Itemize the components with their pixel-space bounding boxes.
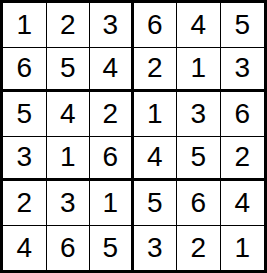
cell-r3c4[interactable]: 1 (134, 92, 178, 137)
cell-r4c4[interactable]: 4 (134, 137, 178, 182)
cell-r5c6[interactable]: 4 (221, 181, 265, 226)
cell-r3c5[interactable]: 3 (177, 92, 221, 137)
cell-r2c1[interactable]: 6 (3, 48, 47, 93)
cell-r1c4[interactable]: 6 (134, 3, 178, 48)
cell-r1c3[interactable]: 3 (90, 3, 134, 48)
cell-r2c2[interactable]: 5 (47, 48, 91, 93)
cell-r6c1[interactable]: 4 (3, 226, 47, 271)
cell-r1c6[interactable]: 5 (221, 3, 265, 48)
cell-r6c2[interactable]: 6 (47, 226, 91, 271)
cell-r4c1[interactable]: 3 (3, 137, 47, 182)
cell-r1c5[interactable]: 4 (177, 3, 221, 48)
cell-r3c2[interactable]: 4 (47, 92, 91, 137)
cell-r4c5[interactable]: 5 (177, 137, 221, 182)
sudoku-board-container: 123645654213542136316452231564465321 (0, 0, 267, 273)
cell-r3c1[interactable]: 5 (3, 92, 47, 137)
cell-r5c1[interactable]: 2 (3, 181, 47, 226)
cell-r6c3[interactable]: 5 (90, 226, 134, 271)
cell-r4c3[interactable]: 6 (90, 137, 134, 182)
cell-r3c6[interactable]: 6 (221, 92, 265, 137)
cell-r5c4[interactable]: 5 (134, 181, 178, 226)
cell-r4c2[interactable]: 1 (47, 137, 91, 182)
cell-r6c4[interactable]: 3 (134, 226, 178, 271)
cell-r2c4[interactable]: 2 (134, 48, 178, 93)
cell-r6c6[interactable]: 1 (221, 226, 265, 271)
cell-r4c6[interactable]: 2 (221, 137, 265, 182)
cell-r2c3[interactable]: 4 (90, 48, 134, 93)
cell-r2c5[interactable]: 1 (177, 48, 221, 93)
cell-r5c3[interactable]: 1 (90, 181, 134, 226)
cell-r2c6[interactable]: 3 (221, 48, 265, 93)
cell-r5c5[interactable]: 6 (177, 181, 221, 226)
cell-r1c1[interactable]: 1 (3, 3, 47, 48)
sudoku-board: 123645654213542136316452231564465321 (0, 0, 267, 273)
cell-r5c2[interactable]: 3 (47, 181, 91, 226)
cell-r1c2[interactable]: 2 (47, 3, 91, 48)
cell-r6c5[interactable]: 2 (177, 226, 221, 271)
cell-r3c3[interactable]: 2 (90, 92, 134, 137)
